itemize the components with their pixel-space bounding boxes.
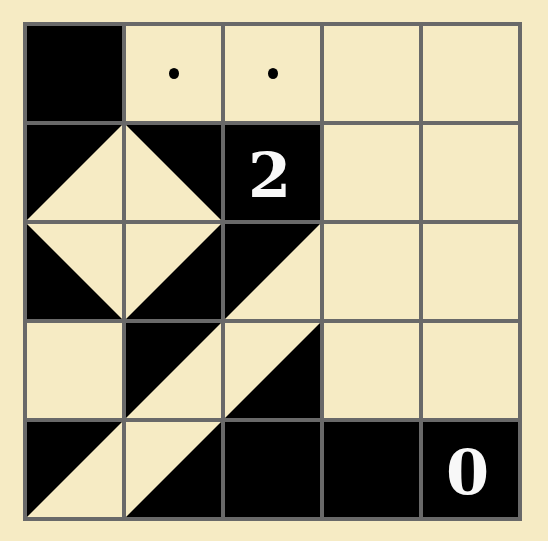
cell-r3c1-triangle-ll[interactable]	[27, 224, 122, 319]
cell-r5c1-triangle-ul[interactable]	[27, 422, 122, 517]
cell-r5c5-black[interactable]: 0	[423, 422, 518, 517]
cell-r3c5-empty[interactable]	[423, 224, 518, 319]
clue-number: 0	[446, 442, 489, 504]
cell-r5c3-black[interactable]	[225, 422, 320, 517]
empty-marker-dot	[169, 68, 179, 79]
cell-r2c4-empty[interactable]	[324, 125, 419, 220]
empty-marker-dot	[268, 68, 278, 79]
cell-r1c1-black[interactable]	[27, 26, 122, 121]
cell-r1c5-empty[interactable]	[423, 26, 518, 121]
cell-r4c3-triangle-lr[interactable]	[225, 323, 320, 418]
cell-r5c4-black[interactable]	[324, 422, 419, 517]
cell-r2c3-black[interactable]: 2	[225, 125, 320, 220]
cell-r4c1-empty[interactable]	[27, 323, 122, 418]
cell-r2c5-empty[interactable]	[423, 125, 518, 220]
cell-r4c5-empty[interactable]	[423, 323, 518, 418]
cell-r1c3-empty[interactable]	[225, 26, 320, 121]
cell-r5c2-triangle-lr[interactable]	[126, 422, 221, 517]
cell-r3c4-empty[interactable]	[324, 224, 419, 319]
clue-number: 2	[248, 145, 291, 207]
cell-r3c2-triangle-lr[interactable]	[126, 224, 221, 319]
cell-r1c2-empty[interactable]	[126, 26, 221, 121]
puzzle-board: 20	[23, 22, 522, 521]
cell-r4c4-empty[interactable]	[324, 323, 419, 418]
cell-r3c3-triangle-ul[interactable]	[225, 224, 320, 319]
cell-r1c4-empty[interactable]	[324, 26, 419, 121]
cell-r4c2-triangle-ul[interactable]	[126, 323, 221, 418]
cell-r2c1-triangle-ul[interactable]	[27, 125, 122, 220]
cell-r2c2-triangle-ur[interactable]	[126, 125, 221, 220]
